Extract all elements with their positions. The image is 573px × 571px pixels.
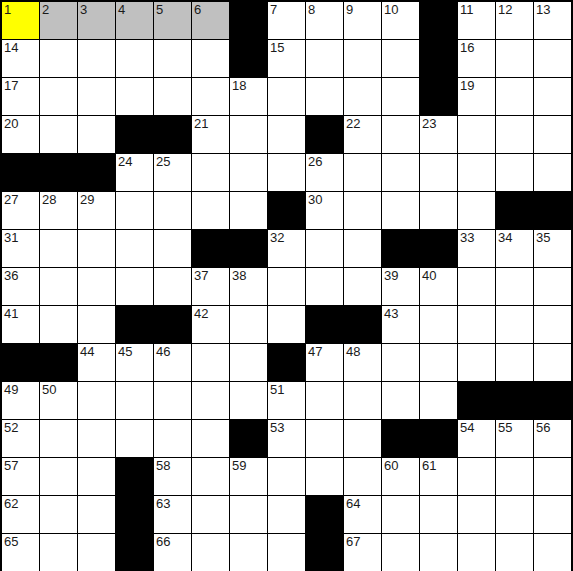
cell-r13c9[interactable] bbox=[306, 458, 343, 495]
clue-number: 46 bbox=[156, 344, 170, 359]
cell-r7c13[interactable]: 33 bbox=[458, 230, 495, 267]
clue-number: 13 bbox=[536, 2, 550, 17]
clue-number: 16 bbox=[460, 40, 474, 55]
clue-number: 36 bbox=[4, 268, 18, 283]
cell-r9c15[interactable] bbox=[534, 306, 571, 343]
cell-r11c2[interactable]: 50 bbox=[40, 382, 77, 419]
cell-r1c4[interactable]: 4 bbox=[116, 2, 153, 39]
cell-r10c6[interactable] bbox=[192, 344, 229, 381]
clue-number: 47 bbox=[308, 344, 322, 359]
cell-r5c9[interactable]: 26 bbox=[306, 154, 343, 191]
cell-r5c15[interactable] bbox=[534, 154, 571, 191]
cell-r8c6[interactable]: 37 bbox=[192, 268, 229, 305]
cell-r10c15[interactable] bbox=[534, 344, 571, 381]
crossword-grid: 1234567891011121314151617181920212223242… bbox=[0, 0, 573, 571]
clue-number: 15 bbox=[270, 40, 284, 55]
cell-r6c4[interactable] bbox=[116, 192, 153, 229]
clue-number: 55 bbox=[498, 420, 512, 435]
cell-r15c14[interactable] bbox=[496, 534, 533, 571]
cell-r7c8[interactable]: 32 bbox=[268, 230, 305, 267]
black-cell-r1c12 bbox=[420, 2, 457, 39]
black-cell-r4c4 bbox=[116, 116, 153, 153]
clue-number: 33 bbox=[460, 230, 474, 245]
cell-r9c2[interactable] bbox=[40, 306, 77, 343]
cell-r8c14[interactable] bbox=[496, 268, 533, 305]
cell-r1c3[interactable]: 3 bbox=[78, 2, 115, 39]
cell-r2c11[interactable] bbox=[382, 40, 419, 77]
cell-r5c14[interactable] bbox=[496, 154, 533, 191]
cell-r8c3[interactable] bbox=[78, 268, 115, 305]
clue-number: 40 bbox=[422, 268, 436, 283]
cell-r14c6[interactable] bbox=[192, 496, 229, 533]
cell-r12c2[interactable] bbox=[40, 420, 77, 457]
cell-r11c7[interactable] bbox=[230, 382, 267, 419]
clue-number: 14 bbox=[4, 40, 18, 55]
cell-r14c12[interactable] bbox=[420, 496, 457, 533]
cell-r12c3[interactable] bbox=[78, 420, 115, 457]
cell-r4c10[interactable]: 22 bbox=[344, 116, 381, 153]
clue-number: 31 bbox=[4, 230, 18, 245]
cell-r15c15[interactable] bbox=[534, 534, 571, 571]
cell-r5c8[interactable] bbox=[268, 154, 305, 191]
clue-number: 59 bbox=[232, 458, 246, 473]
cell-r3c14[interactable] bbox=[496, 78, 533, 115]
cell-r6c2[interactable]: 28 bbox=[40, 192, 77, 229]
cell-r7c3[interactable] bbox=[78, 230, 115, 267]
black-cell-r2c7 bbox=[230, 40, 267, 77]
cell-r8c15[interactable] bbox=[534, 268, 571, 305]
cell-r15c1[interactable]: 65 bbox=[2, 534, 39, 571]
cell-r11c9[interactable] bbox=[306, 382, 343, 419]
black-cell-r11c13 bbox=[458, 382, 495, 419]
clue-number: 54 bbox=[460, 420, 474, 435]
clue-number: 10 bbox=[384, 2, 398, 17]
clue-number: 30 bbox=[308, 192, 322, 207]
cell-r9c3[interactable] bbox=[78, 306, 115, 343]
cell-r14c13[interactable] bbox=[458, 496, 495, 533]
clue-number: 29 bbox=[80, 192, 94, 207]
cell-r12c6[interactable] bbox=[192, 420, 229, 457]
clue-number: 51 bbox=[270, 382, 284, 397]
cell-r9c13[interactable] bbox=[458, 306, 495, 343]
clue-number: 11 bbox=[460, 2, 474, 17]
clue-number: 67 bbox=[346, 534, 360, 549]
clue-number: 62 bbox=[4, 496, 18, 511]
cell-r5c13[interactable] bbox=[458, 154, 495, 191]
clue-number: 1 bbox=[4, 2, 11, 17]
cell-r12c5[interactable] bbox=[154, 420, 191, 457]
cell-r3c13[interactable]: 19 bbox=[458, 78, 495, 115]
cell-r10c5[interactable]: 46 bbox=[154, 344, 191, 381]
cell-r12c9[interactable] bbox=[306, 420, 343, 457]
clue-number: 64 bbox=[346, 496, 360, 511]
cell-r6c6[interactable] bbox=[192, 192, 229, 229]
cell-r12c4[interactable] bbox=[116, 420, 153, 457]
cell-r10c13[interactable] bbox=[458, 344, 495, 381]
clue-number: 5 bbox=[156, 2, 163, 17]
black-cell-r12c7 bbox=[230, 420, 267, 457]
clue-number: 49 bbox=[4, 382, 18, 397]
clue-number: 27 bbox=[4, 192, 18, 207]
cell-r2c2[interactable] bbox=[40, 40, 77, 77]
clue-number: 50 bbox=[42, 382, 56, 397]
black-cell-r10c8 bbox=[268, 344, 305, 381]
cell-r4c12[interactable]: 23 bbox=[420, 116, 457, 153]
black-cell-r1c7 bbox=[230, 2, 267, 39]
cell-r6c12[interactable] bbox=[420, 192, 457, 229]
cell-r8c10[interactable] bbox=[344, 268, 381, 305]
cell-r9c11[interactable]: 43 bbox=[382, 306, 419, 343]
cell-r4c6[interactable]: 21 bbox=[192, 116, 229, 153]
clue-number: 26 bbox=[308, 154, 322, 169]
clue-number: 56 bbox=[536, 420, 550, 435]
cell-r1c8[interactable]: 7 bbox=[268, 2, 305, 39]
cell-r14c1[interactable]: 62 bbox=[2, 496, 39, 533]
cell-r8c4[interactable] bbox=[116, 268, 153, 305]
cell-r10c12[interactable] bbox=[420, 344, 457, 381]
cell-r8c1[interactable]: 36 bbox=[2, 268, 39, 305]
cell-r13c12[interactable]: 61 bbox=[420, 458, 457, 495]
cell-r3c15[interactable] bbox=[534, 78, 571, 115]
cell-r10c10[interactable]: 48 bbox=[344, 344, 381, 381]
cell-r2c1[interactable]: 14 bbox=[2, 40, 39, 77]
cell-r15c5[interactable]: 66 bbox=[154, 534, 191, 571]
cell-r13c2[interactable] bbox=[40, 458, 77, 495]
black-cell-r7c12 bbox=[420, 230, 457, 267]
black-cell-r6c15 bbox=[534, 192, 571, 229]
clue-number: 21 bbox=[194, 116, 208, 131]
cell-r14c8[interactable] bbox=[268, 496, 305, 533]
cell-r5c11[interactable] bbox=[382, 154, 419, 191]
cell-r15c8[interactable] bbox=[268, 534, 305, 571]
cell-r2c14[interactable] bbox=[496, 40, 533, 77]
black-cell-r5c1 bbox=[2, 154, 39, 191]
clue-number: 42 bbox=[194, 306, 208, 321]
black-cell-r10c2 bbox=[40, 344, 77, 381]
cell-r5c12[interactable] bbox=[420, 154, 457, 191]
cell-r14c15[interactable] bbox=[534, 496, 571, 533]
cell-r4c1[interactable]: 20 bbox=[2, 116, 39, 153]
clue-number: 8 bbox=[308, 2, 315, 17]
cell-r1c2[interactable]: 2 bbox=[40, 2, 77, 39]
cell-r9c6[interactable]: 42 bbox=[192, 306, 229, 343]
cell-r3c4[interactable] bbox=[116, 78, 153, 115]
cell-r8c5[interactable] bbox=[154, 268, 191, 305]
cell-r2c10[interactable] bbox=[344, 40, 381, 77]
clue-number: 48 bbox=[346, 344, 360, 359]
cell-r7c2[interactable] bbox=[40, 230, 77, 267]
clue-number: 44 bbox=[80, 344, 94, 359]
cell-r2c4[interactable] bbox=[116, 40, 153, 77]
clue-number: 34 bbox=[498, 230, 512, 245]
cell-r13c14[interactable] bbox=[496, 458, 533, 495]
cell-r15c11[interactable] bbox=[382, 534, 419, 571]
clue-number: 20 bbox=[4, 116, 18, 131]
cell-r4c14[interactable] bbox=[496, 116, 533, 153]
cell-r7c14[interactable]: 34 bbox=[496, 230, 533, 267]
clue-number: 19 bbox=[460, 78, 474, 93]
black-cell-r6c14 bbox=[496, 192, 533, 229]
clue-number: 4 bbox=[118, 2, 125, 17]
cell-r11c8[interactable]: 51 bbox=[268, 382, 305, 419]
cell-r11c1[interactable]: 49 bbox=[2, 382, 39, 419]
cell-r3c10[interactable] bbox=[344, 78, 381, 115]
cell-r12c1[interactable]: 52 bbox=[2, 420, 39, 457]
cell-r11c3[interactable] bbox=[78, 382, 115, 419]
cell-r10c7[interactable] bbox=[230, 344, 267, 381]
cell-r3c8[interactable] bbox=[268, 78, 305, 115]
cell-r13c8[interactable] bbox=[268, 458, 305, 495]
cell-r8c8[interactable] bbox=[268, 268, 305, 305]
clue-number: 17 bbox=[4, 78, 18, 93]
cell-r4c11[interactable] bbox=[382, 116, 419, 153]
cell-r14c5[interactable]: 63 bbox=[154, 496, 191, 533]
cell-r15c6[interactable] bbox=[192, 534, 229, 571]
cell-r9c1[interactable]: 41 bbox=[2, 306, 39, 343]
cell-r8c9[interactable] bbox=[306, 268, 343, 305]
cell-r15c2[interactable] bbox=[40, 534, 77, 571]
clue-number: 37 bbox=[194, 268, 208, 283]
clue-number: 39 bbox=[384, 268, 398, 283]
cell-r7c4[interactable] bbox=[116, 230, 153, 267]
black-cell-r14c4 bbox=[116, 496, 153, 533]
black-cell-r13c4 bbox=[116, 458, 153, 495]
cell-r1c11[interactable]: 10 bbox=[382, 2, 419, 39]
cell-r11c10[interactable] bbox=[344, 382, 381, 419]
cell-r6c10[interactable] bbox=[344, 192, 381, 229]
cell-r2c3[interactable] bbox=[78, 40, 115, 77]
cell-r12c14[interactable]: 55 bbox=[496, 420, 533, 457]
clue-number: 28 bbox=[42, 192, 56, 207]
cell-r12c13[interactable]: 54 bbox=[458, 420, 495, 457]
cell-r13c13[interactable] bbox=[458, 458, 495, 495]
cell-r9c12[interactable] bbox=[420, 306, 457, 343]
cell-r7c5[interactable] bbox=[154, 230, 191, 267]
clue-number: 53 bbox=[270, 420, 284, 435]
cell-r12c15[interactable]: 56 bbox=[534, 420, 571, 457]
clue-number: 66 bbox=[156, 534, 170, 549]
cell-r8c13[interactable] bbox=[458, 268, 495, 305]
cell-r1c15[interactable]: 13 bbox=[534, 2, 571, 39]
cell-r1c14[interactable]: 12 bbox=[496, 2, 533, 39]
cell-r11c5[interactable] bbox=[154, 382, 191, 419]
cell-r13c7[interactable]: 59 bbox=[230, 458, 267, 495]
clue-number: 52 bbox=[4, 420, 18, 435]
clue-number: 24 bbox=[118, 154, 132, 169]
black-cell-r5c2 bbox=[40, 154, 77, 191]
cell-r7c1[interactable]: 31 bbox=[2, 230, 39, 267]
cell-r3c2[interactable] bbox=[40, 78, 77, 115]
clue-number: 9 bbox=[346, 2, 353, 17]
black-cell-r9c10 bbox=[344, 306, 381, 343]
clue-number: 18 bbox=[232, 78, 246, 93]
black-cell-r9c5 bbox=[154, 306, 191, 343]
cell-r2c5[interactable] bbox=[154, 40, 191, 77]
cell-r10c11[interactable] bbox=[382, 344, 419, 381]
black-cell-r9c4 bbox=[116, 306, 153, 343]
black-cell-r11c14 bbox=[496, 382, 533, 419]
clue-number: 41 bbox=[4, 306, 18, 321]
cell-r13c15[interactable] bbox=[534, 458, 571, 495]
clue-number: 12 bbox=[498, 2, 512, 17]
cell-r8c7[interactable]: 38 bbox=[230, 268, 267, 305]
cell-r5c4[interactable]: 24 bbox=[116, 154, 153, 191]
cell-r14c14[interactable] bbox=[496, 496, 533, 533]
cell-r13c5[interactable]: 58 bbox=[154, 458, 191, 495]
cell-r11c6[interactable] bbox=[192, 382, 229, 419]
cell-r4c7[interactable] bbox=[230, 116, 267, 153]
black-cell-r15c9 bbox=[306, 534, 343, 571]
clue-number: 32 bbox=[270, 230, 284, 245]
black-cell-r4c5 bbox=[154, 116, 191, 153]
cell-r12c10[interactable] bbox=[344, 420, 381, 457]
cell-r15c7[interactable] bbox=[230, 534, 267, 571]
cell-r11c11[interactable] bbox=[382, 382, 419, 419]
cell-r10c4[interactable]: 45 bbox=[116, 344, 153, 381]
clue-number: 7 bbox=[270, 2, 277, 17]
black-cell-r12c11 bbox=[382, 420, 419, 457]
cell-r6c7[interactable] bbox=[230, 192, 267, 229]
cell-r11c4[interactable] bbox=[116, 382, 153, 419]
cell-r6c11[interactable] bbox=[382, 192, 419, 229]
clue-number: 22 bbox=[346, 116, 360, 131]
cell-r2c9[interactable] bbox=[306, 40, 343, 77]
clue-number: 2 bbox=[42, 2, 49, 17]
cell-r13c10[interactable] bbox=[344, 458, 381, 495]
black-cell-r9c9 bbox=[306, 306, 343, 343]
cell-r13c1[interactable]: 57 bbox=[2, 458, 39, 495]
cell-r2c8[interactable]: 15 bbox=[268, 40, 305, 77]
clue-number: 45 bbox=[118, 344, 132, 359]
black-cell-r7c7 bbox=[230, 230, 267, 267]
clue-number: 65 bbox=[4, 534, 18, 549]
black-cell-r4c9 bbox=[306, 116, 343, 153]
cell-r6c3[interactable]: 29 bbox=[78, 192, 115, 229]
cell-r14c11[interactable] bbox=[382, 496, 419, 533]
black-cell-r7c6 bbox=[192, 230, 229, 267]
cell-r4c13[interactable] bbox=[458, 116, 495, 153]
cell-r2c6[interactable] bbox=[192, 40, 229, 77]
cell-r3c1[interactable]: 17 bbox=[2, 78, 39, 115]
cell-r12c8[interactable]: 53 bbox=[268, 420, 305, 457]
cell-r3c6[interactable] bbox=[192, 78, 229, 115]
cell-r14c2[interactable] bbox=[40, 496, 77, 533]
cell-r4c8[interactable] bbox=[268, 116, 305, 153]
cell-r4c15[interactable] bbox=[534, 116, 571, 153]
cell-r15c13[interactable] bbox=[458, 534, 495, 571]
cell-r1c5[interactable]: 5 bbox=[154, 2, 191, 39]
clue-number: 23 bbox=[422, 116, 436, 131]
black-cell-r11c15 bbox=[534, 382, 571, 419]
cell-r6c13[interactable] bbox=[458, 192, 495, 229]
cell-r2c15[interactable] bbox=[534, 40, 571, 77]
clue-number: 60 bbox=[384, 458, 398, 473]
cell-r10c9[interactable]: 47 bbox=[306, 344, 343, 381]
black-cell-r7c11 bbox=[382, 230, 419, 267]
cell-r7c10[interactable] bbox=[344, 230, 381, 267]
black-cell-r15c4 bbox=[116, 534, 153, 571]
cell-r6c9[interactable]: 30 bbox=[306, 192, 343, 229]
clue-number: 63 bbox=[156, 496, 170, 511]
cell-r2c13[interactable]: 16 bbox=[458, 40, 495, 77]
black-cell-r6c8 bbox=[268, 192, 305, 229]
black-cell-r5c3 bbox=[78, 154, 115, 191]
cell-r1c13[interactable]: 11 bbox=[458, 2, 495, 39]
cursor-cell-r1c1[interactable]: 1 bbox=[2, 2, 39, 39]
cell-r10c3[interactable]: 44 bbox=[78, 344, 115, 381]
cell-r1c9[interactable]: 8 bbox=[306, 2, 343, 39]
cell-r14c3[interactable] bbox=[78, 496, 115, 533]
clue-number: 58 bbox=[156, 458, 170, 473]
cell-r6c5[interactable] bbox=[154, 192, 191, 229]
cell-r14c10[interactable]: 64 bbox=[344, 496, 381, 533]
cell-r3c11[interactable] bbox=[382, 78, 419, 115]
cell-r4c2[interactable] bbox=[40, 116, 77, 153]
cell-r13c11[interactable]: 60 bbox=[382, 458, 419, 495]
clue-number: 6 bbox=[194, 2, 201, 17]
cell-r9c7[interactable] bbox=[230, 306, 267, 343]
clue-number: 57 bbox=[4, 458, 18, 473]
cell-r3c7[interactable]: 18 bbox=[230, 78, 267, 115]
cell-r4c3[interactable] bbox=[78, 116, 115, 153]
cell-r14c7[interactable] bbox=[230, 496, 267, 533]
clue-number: 43 bbox=[384, 306, 398, 321]
clue-number: 61 bbox=[422, 458, 436, 473]
black-cell-r10c1 bbox=[2, 344, 39, 381]
cell-r1c6[interactable]: 6 bbox=[192, 2, 229, 39]
cell-r5c10[interactable] bbox=[344, 154, 381, 191]
cell-r5c7[interactable] bbox=[230, 154, 267, 191]
cell-r11c12[interactable] bbox=[420, 382, 457, 419]
cell-r15c3[interactable] bbox=[78, 534, 115, 571]
cell-r3c3[interactable] bbox=[78, 78, 115, 115]
cell-r3c5[interactable] bbox=[154, 78, 191, 115]
cell-r9c8[interactable] bbox=[268, 306, 305, 343]
cell-r13c6[interactable] bbox=[192, 458, 229, 495]
clue-number: 38 bbox=[232, 268, 246, 283]
cell-r8c11[interactable]: 39 bbox=[382, 268, 419, 305]
cell-r1c10[interactable]: 9 bbox=[344, 2, 381, 39]
black-cell-r14c9 bbox=[306, 496, 343, 533]
cell-r8c2[interactable] bbox=[40, 268, 77, 305]
cell-r5c6[interactable] bbox=[192, 154, 229, 191]
cell-r5c5[interactable]: 25 bbox=[154, 154, 191, 191]
cell-r15c10[interactable]: 67 bbox=[344, 534, 381, 571]
cell-r15c12[interactable] bbox=[420, 534, 457, 571]
clue-number: 35 bbox=[536, 230, 550, 245]
cell-r6c1[interactable]: 27 bbox=[2, 192, 39, 229]
cell-r3c9[interactable] bbox=[306, 78, 343, 115]
clue-number: 25 bbox=[156, 154, 170, 169]
black-cell-r3c12 bbox=[420, 78, 457, 115]
cell-r10c14[interactable] bbox=[496, 344, 533, 381]
black-cell-r2c12 bbox=[420, 40, 457, 77]
cell-r13c3[interactable] bbox=[78, 458, 115, 495]
cell-r9c14[interactable] bbox=[496, 306, 533, 343]
cell-r8c12[interactable]: 40 bbox=[420, 268, 457, 305]
cell-r7c9[interactable] bbox=[306, 230, 343, 267]
clue-number: 3 bbox=[80, 2, 87, 17]
black-cell-r12c12 bbox=[420, 420, 457, 457]
cell-r7c15[interactable]: 35 bbox=[534, 230, 571, 267]
